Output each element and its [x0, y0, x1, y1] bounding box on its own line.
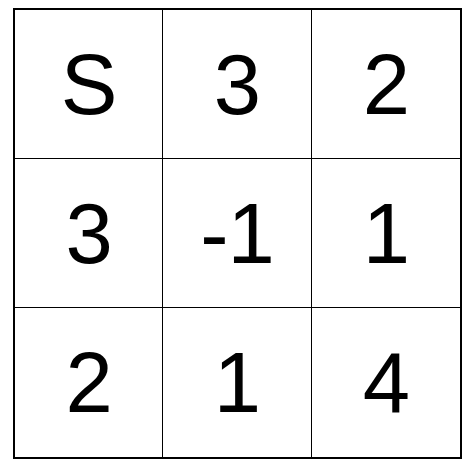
cell-r1c0[interactable]: 3 — [15, 159, 163, 308]
cell-value: 4 — [363, 340, 409, 425]
cell-r2c1[interactable]: 1 — [163, 308, 311, 457]
cell-value: S — [61, 42, 117, 127]
cell-value: 3 — [214, 42, 260, 127]
cell-r2c2[interactable]: 4 — [312, 308, 460, 457]
cell-value: 1 — [363, 191, 409, 276]
puzzle-grid-board: S 3 2 3 -1 1 2 1 4 — [13, 8, 462, 459]
cell-r2c0[interactable]: 2 — [15, 308, 163, 457]
cell-value: 2 — [363, 42, 409, 127]
cell-r0c2[interactable]: 2 — [312, 10, 460, 159]
cell-value: 2 — [66, 340, 112, 425]
cell-r0c0[interactable]: S — [15, 10, 163, 159]
cell-value: -1 — [200, 191, 274, 276]
cell-value: 1 — [214, 340, 260, 425]
cell-r1c1[interactable]: -1 — [163, 159, 311, 308]
cell-value: 3 — [66, 191, 112, 276]
cell-r0c1[interactable]: 3 — [163, 10, 311, 159]
cell-r1c2[interactable]: 1 — [312, 159, 460, 308]
